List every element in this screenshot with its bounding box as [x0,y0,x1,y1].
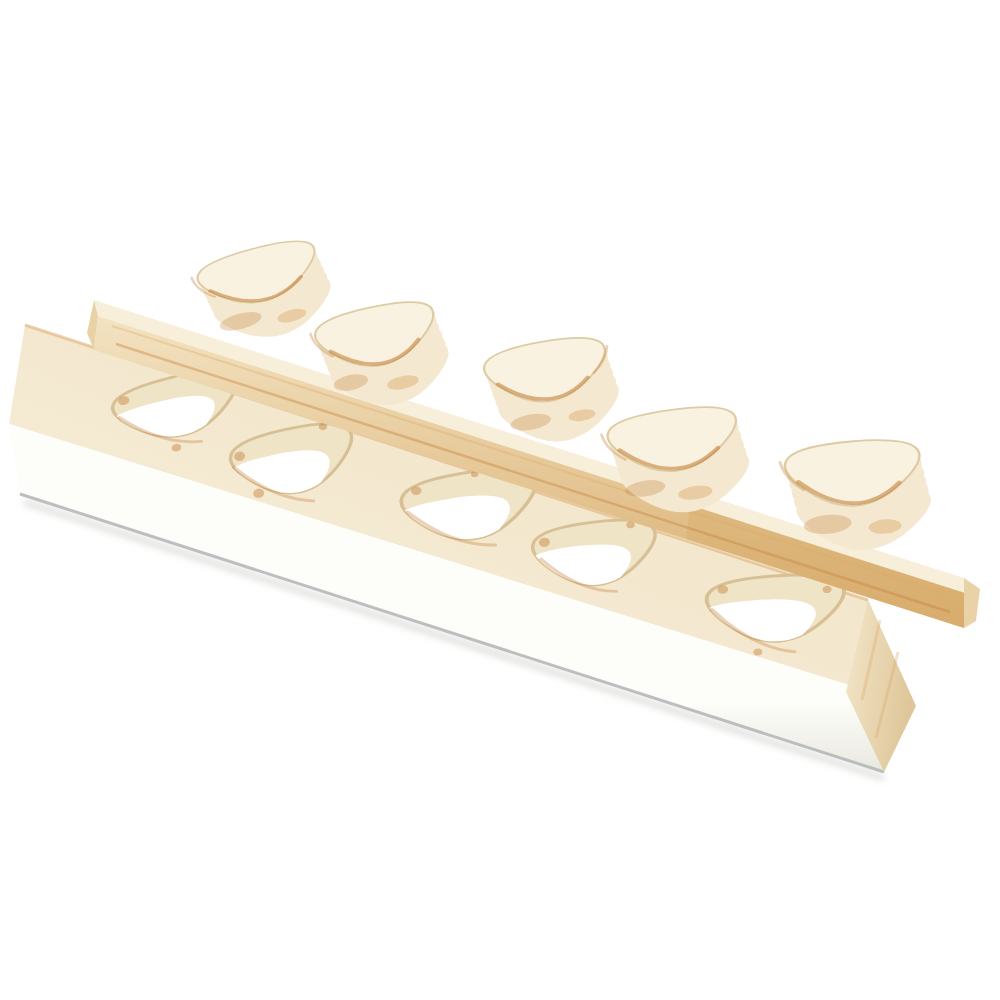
photo-canvas [0,0,1000,1000]
product-photo [0,0,1000,1000]
